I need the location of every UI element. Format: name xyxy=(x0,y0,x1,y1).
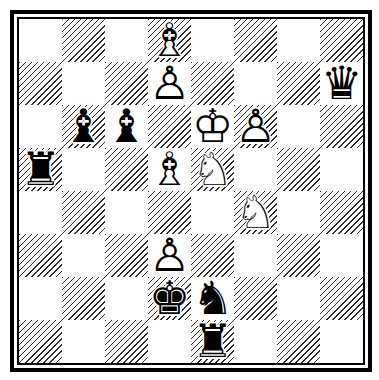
square-g7[interactable] xyxy=(277,62,320,105)
square-d2[interactable]: ♚♚ xyxy=(148,277,191,320)
black-rook-glyph: ♜ xyxy=(19,148,62,191)
square-b1[interactable] xyxy=(62,320,105,363)
square-e4[interactable] xyxy=(191,191,234,234)
white-pawn-glyph: ♙ xyxy=(234,105,277,148)
white-pawn-glyph: ♙ xyxy=(148,62,191,105)
square-e8[interactable] xyxy=(191,19,234,62)
square-g5[interactable] xyxy=(277,148,320,191)
black-queen-h7: ♛♛ xyxy=(320,62,363,105)
square-h2[interactable] xyxy=(320,277,363,320)
square-d7[interactable]: ♟♙ xyxy=(148,62,191,105)
square-g3[interactable] xyxy=(277,234,320,277)
square-d1[interactable] xyxy=(148,320,191,363)
square-h1[interactable] xyxy=(320,320,363,363)
square-b2[interactable] xyxy=(62,277,105,320)
white-knight-glyph: ♘ xyxy=(191,148,234,191)
board-inner-frame: ♝♗♟♙♛♛♝♝♝♝♚♔♟♙♜♜♝♗♞♘♞♘♟♙♚♚♞♞♜♜ xyxy=(17,17,365,365)
square-g8[interactable] xyxy=(277,19,320,62)
square-b6[interactable]: ♝♝ xyxy=(62,105,105,148)
square-e1[interactable]: ♜♜ xyxy=(191,320,234,363)
square-a3[interactable] xyxy=(19,234,62,277)
black-rook-a5: ♜♜ xyxy=(19,148,62,191)
white-pawn-f6: ♟♙ xyxy=(234,105,277,148)
black-king-d2: ♚♚ xyxy=(148,277,191,320)
square-b5[interactable] xyxy=(62,148,105,191)
square-a4[interactable] xyxy=(19,191,62,234)
chess-board: ♝♗♟♙♛♛♝♝♝♝♚♔♟♙♜♜♝♗♞♘♞♘♟♙♚♚♞♞♜♜ xyxy=(19,19,363,363)
square-c6[interactable]: ♝♝ xyxy=(105,105,148,148)
square-e5[interactable]: ♞♘ xyxy=(191,148,234,191)
square-c4[interactable] xyxy=(105,191,148,234)
square-c5[interactable] xyxy=(105,148,148,191)
square-h4[interactable] xyxy=(320,191,363,234)
white-pawn-d7: ♟♙ xyxy=(148,62,191,105)
square-h6[interactable] xyxy=(320,105,363,148)
square-g1[interactable] xyxy=(277,320,320,363)
square-f6[interactable]: ♟♙ xyxy=(234,105,277,148)
square-f1[interactable] xyxy=(234,320,277,363)
black-queen-glyph: ♛ xyxy=(320,62,363,105)
square-a1[interactable] xyxy=(19,320,62,363)
square-a5[interactable]: ♜♜ xyxy=(19,148,62,191)
white-knight-glyph: ♘ xyxy=(234,191,277,234)
square-a8[interactable] xyxy=(19,19,62,62)
white-bishop-glyph: ♗ xyxy=(148,148,191,191)
black-bishop-b6: ♝♝ xyxy=(62,105,105,148)
square-g6[interactable] xyxy=(277,105,320,148)
square-h7[interactable]: ♛♛ xyxy=(320,62,363,105)
white-knight-f4: ♞♘ xyxy=(234,191,277,234)
square-f2[interactable] xyxy=(234,277,277,320)
square-b4[interactable] xyxy=(62,191,105,234)
square-c1[interactable] xyxy=(105,320,148,363)
square-b3[interactable] xyxy=(62,234,105,277)
square-d5[interactable]: ♝♗ xyxy=(148,148,191,191)
black-bishop-glyph: ♝ xyxy=(62,105,105,148)
black-rook-e1: ♜♜ xyxy=(191,320,234,363)
square-h5[interactable] xyxy=(320,148,363,191)
square-a7[interactable] xyxy=(19,62,62,105)
square-a2[interactable] xyxy=(19,277,62,320)
black-king-glyph: ♚ xyxy=(148,277,191,320)
board-outer-frame: ♝♗♟♙♛♛♝♝♝♝♚♔♟♙♜♜♝♗♞♘♞♘♟♙♚♚♞♞♜♜ xyxy=(10,10,372,372)
square-f3[interactable] xyxy=(234,234,277,277)
square-f4[interactable]: ♞♘ xyxy=(234,191,277,234)
black-bishop-c6: ♝♝ xyxy=(105,105,148,148)
white-bishop-d5: ♝♗ xyxy=(148,148,191,191)
square-b8[interactable] xyxy=(62,19,105,62)
white-knight-e5: ♞♘ xyxy=(191,148,234,191)
square-g4[interactable] xyxy=(277,191,320,234)
square-c2[interactable] xyxy=(105,277,148,320)
black-rook-glyph: ♜ xyxy=(191,320,234,363)
square-c3[interactable] xyxy=(105,234,148,277)
square-f8[interactable] xyxy=(234,19,277,62)
square-h3[interactable] xyxy=(320,234,363,277)
chess-diagram: ♝♗♟♙♛♛♝♝♝♝♚♔♟♙♜♜♝♗♞♘♞♘♟♙♚♚♞♞♜♜ xyxy=(0,0,379,380)
square-g2[interactable] xyxy=(277,277,320,320)
black-bishop-glyph: ♝ xyxy=(105,105,148,148)
square-c8[interactable] xyxy=(105,19,148,62)
